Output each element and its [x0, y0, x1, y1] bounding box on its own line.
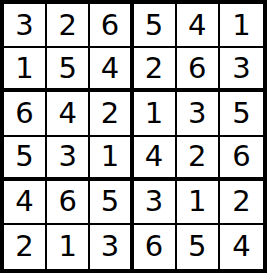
cell-r0c2[interactable]: 6	[90, 4, 133, 48]
cell-r0c0[interactable]: 3	[4, 4, 47, 48]
sudoku-board: 3 2 6 5 4 1 1 5 4 2 6 3 6 4 2 1 3 5 5 3 …	[0, 0, 267, 273]
cell-r5c2[interactable]: 3	[90, 225, 133, 269]
cell-r4c3[interactable]: 3	[134, 181, 177, 225]
cell-r0c4[interactable]: 4	[177, 4, 220, 48]
cell-r4c0[interactable]: 4	[4, 181, 47, 225]
cell-r0c3[interactable]: 5	[134, 4, 177, 48]
cell-r5c1[interactable]: 1	[47, 225, 90, 269]
cell-r2c5[interactable]: 5	[220, 92, 263, 136]
cell-r1c3[interactable]: 2	[134, 48, 177, 92]
cell-r4c4[interactable]: 1	[177, 181, 220, 225]
cell-r2c3[interactable]: 1	[134, 92, 177, 136]
cell-r1c2[interactable]: 4	[90, 48, 133, 92]
cell-r5c0[interactable]: 2	[4, 225, 47, 269]
cell-r4c2[interactable]: 5	[90, 181, 133, 225]
cell-r2c4[interactable]: 3	[177, 92, 220, 136]
cell-r0c1[interactable]: 2	[47, 4, 90, 48]
cell-r3c2[interactable]: 1	[90, 137, 133, 181]
cell-r2c2[interactable]: 2	[90, 92, 133, 136]
cell-r1c1[interactable]: 5	[47, 48, 90, 92]
cell-r5c4[interactable]: 5	[177, 225, 220, 269]
cell-r3c4[interactable]: 2	[177, 137, 220, 181]
cell-r3c5[interactable]: 6	[220, 137, 263, 181]
cell-r4c1[interactable]: 6	[47, 181, 90, 225]
cell-r2c0[interactable]: 6	[4, 92, 47, 136]
cell-r3c3[interactable]: 4	[134, 137, 177, 181]
cell-r1c0[interactable]: 1	[4, 48, 47, 92]
cell-r1c5[interactable]: 3	[220, 48, 263, 92]
cell-r4c5[interactable]: 2	[220, 181, 263, 225]
cell-r5c3[interactable]: 6	[134, 225, 177, 269]
cell-r1c4[interactable]: 6	[177, 48, 220, 92]
cell-r0c5[interactable]: 1	[220, 4, 263, 48]
cell-r3c0[interactable]: 5	[4, 137, 47, 181]
cell-r5c5[interactable]: 4	[220, 225, 263, 269]
cell-r2c1[interactable]: 4	[47, 92, 90, 136]
cell-r3c1[interactable]: 3	[47, 137, 90, 181]
